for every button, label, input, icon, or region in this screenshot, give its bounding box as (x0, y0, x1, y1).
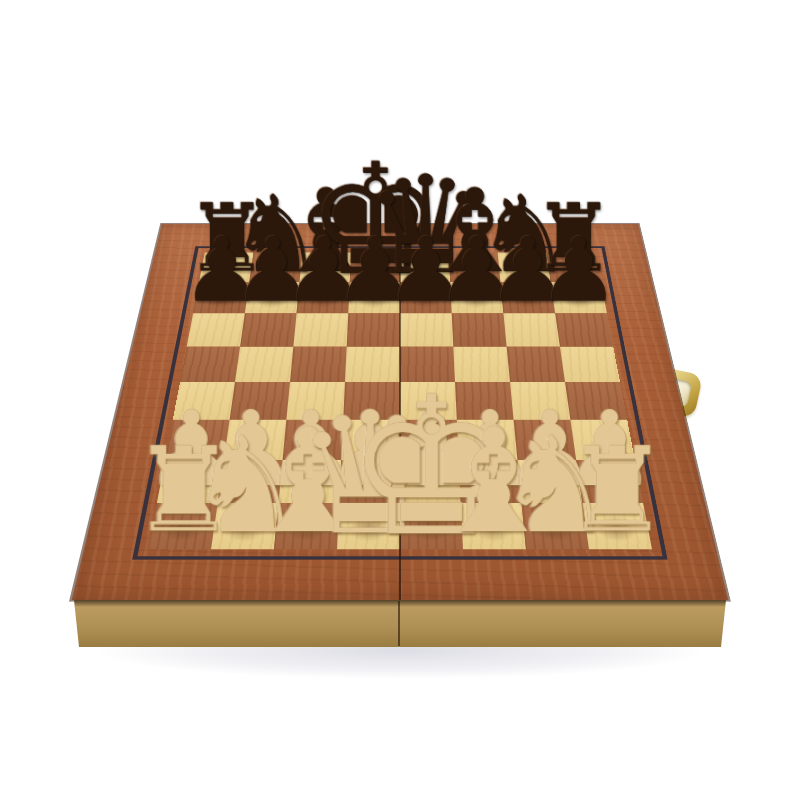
box-front-side (72, 598, 728, 650)
square-h1[interactable]: ♜ (582, 503, 652, 549)
square-c6[interactable] (293, 313, 348, 346)
square-h7[interactable]: ♟ (551, 282, 607, 313)
square-g6[interactable] (503, 313, 559, 346)
product-photo-scene: ♜♞♝♚♛♝♞♜♟♟♟♟♟♟♟♟♟♟♟♟♟♟♟♟♜♞♝♛♚♝♞♜ Folding… (0, 0, 800, 800)
square-d6[interactable] (347, 313, 400, 346)
square-a6[interactable] (187, 313, 245, 346)
square-f6[interactable] (452, 313, 507, 346)
square-e6[interactable] (400, 313, 453, 346)
square-b6[interactable] (240, 313, 296, 346)
square-h6[interactable] (555, 313, 613, 346)
box-front-seam (398, 601, 400, 646)
chess-board-grid: ♜♞♝♚♛♝♞♜♟♟♟♟♟♟♟♟♟♟♟♟♟♟♟♟♜♞♝♛♚♝♞♜ (148, 252, 652, 549)
chess-board: ♜♞♝♚♛♝♞♜♟♟♟♟♟♟♟♟♟♟♟♟♟♟♟♟♜♞♝♛♚♝♞♜ (72, 224, 728, 600)
